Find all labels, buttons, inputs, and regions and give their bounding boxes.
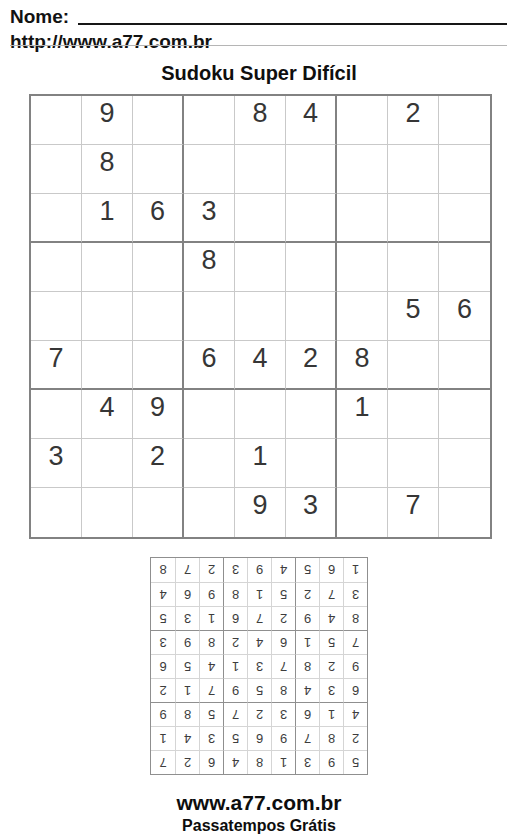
puzzle-title: Sudoku Super Difícil <box>0 62 518 85</box>
puzzle-cell-r6c2 <box>82 341 133 390</box>
solution-cell-r4c7: 7 <box>199 678 223 702</box>
puzzle-cell-r9c6: 3 <box>286 488 337 537</box>
puzzle-cell-r5c1 <box>31 292 82 341</box>
puzzle-cell-r1c2: 9 <box>82 96 133 145</box>
puzzle-cell-r9c4 <box>184 488 235 537</box>
solution-cell-r3c4: 3 <box>271 702 295 726</box>
puzzle-cell-r2c7 <box>337 145 388 194</box>
footer-tagline-text: Passatempos Grátis <box>0 817 518 835</box>
solution-cell-r1c6: 4 <box>223 750 247 774</box>
puzzle-cell-r3c8 <box>388 194 439 243</box>
puzzle-cell-r1c5: 8 <box>235 96 286 145</box>
solution-cell-r7c8: 3 <box>175 606 199 630</box>
solution-cell-r2c7: 3 <box>199 726 223 750</box>
puzzle-cell-r3c9 <box>439 194 490 243</box>
solution-cell-r1c1: 5 <box>343 750 367 774</box>
puzzle-cell-r4c5 <box>235 243 286 292</box>
solution-cell-r3c8: 8 <box>175 702 199 726</box>
puzzle-cell-r5c3 <box>133 292 184 341</box>
puzzle-cell-r4c3 <box>133 243 184 292</box>
puzzle-cell-r2c3 <box>133 145 184 194</box>
puzzle-cell-r1c6: 4 <box>286 96 337 145</box>
solution-cell-r9c4: 4 <box>271 558 295 582</box>
header-divider <box>10 45 507 46</box>
puzzle-cell-r1c4 <box>184 96 235 145</box>
puzzle-cell-r8c1: 3 <box>31 439 82 488</box>
solution-cell-r4c1: 6 <box>343 678 367 702</box>
solution-cell-r9c1: 1 <box>343 558 367 582</box>
solution-cell-r7c6: 6 <box>223 606 247 630</box>
puzzle-cell-r8c9 <box>439 439 490 488</box>
name-label: Nome: <box>10 7 69 26</box>
solution-cell-r5c3: 8 <box>295 654 319 678</box>
puzzle-cell-r7c7: 1 <box>337 390 388 439</box>
puzzle-cell-r3c1 <box>31 194 82 243</box>
footer-site-text: www.a77.com.br <box>0 791 518 815</box>
solution-cell-r2c5: 6 <box>247 726 271 750</box>
solution-cell-r6c6: 2 <box>223 630 247 654</box>
sudoku-puzzle-board: 9842816385676428491321937 <box>29 94 492 539</box>
puzzle-cell-r4c1 <box>31 243 82 292</box>
puzzle-cell-r2c5 <box>235 145 286 194</box>
solution-cell-r9c9: 8 <box>151 558 175 582</box>
puzzle-cell-r8c4 <box>184 439 235 488</box>
puzzle-cell-r3c2: 1 <box>82 194 133 243</box>
solution-cell-r7c3: 9 <box>295 606 319 630</box>
solution-cell-r8c9: 4 <box>151 582 175 606</box>
puzzle-cell-r5c9: 6 <box>439 292 490 341</box>
solution-cell-r6c5: 4 <box>247 630 271 654</box>
puzzle-cell-r4c7 <box>337 243 388 292</box>
puzzle-cell-r9c1 <box>31 488 82 537</box>
solution-cell-r6c2: 5 <box>319 630 343 654</box>
puzzle-cell-r2c8 <box>388 145 439 194</box>
puzzle-cell-r6c8 <box>388 341 439 390</box>
solution-cell-r1c4: 1 <box>271 750 295 774</box>
puzzle-cell-r9c2 <box>82 488 133 537</box>
puzzle-cell-r8c6 <box>286 439 337 488</box>
puzzle-cell-r2c1 <box>31 145 82 194</box>
solution-cell-r9c8: 7 <box>175 558 199 582</box>
solution-cell-r4c2: 3 <box>319 678 343 702</box>
puzzle-cell-r9c3 <box>133 488 184 537</box>
puzzle-cell-r2c6 <box>286 145 337 194</box>
puzzle-cell-r9c8: 7 <box>388 488 439 537</box>
puzzle-cell-r7c8 <box>388 390 439 439</box>
solution-cell-r4c5: 5 <box>247 678 271 702</box>
puzzle-cell-r7c5 <box>235 390 286 439</box>
solution-cell-r6c7: 8 <box>199 630 223 654</box>
puzzle-cell-r7c6 <box>286 390 337 439</box>
solution-cell-r9c3: 5 <box>295 558 319 582</box>
solution-cell-r8c5: 1 <box>247 582 271 606</box>
solution-cell-r8c4: 5 <box>271 582 295 606</box>
puzzle-cell-r4c9 <box>439 243 490 292</box>
puzzle-cell-r3c5 <box>235 194 286 243</box>
name-row: Nome: <box>10 5 507 26</box>
puzzle-cell-r1c8: 2 <box>388 96 439 145</box>
printable-sudoku-page: Nome: http://www.a77.com.br Sudoku Super… <box>0 0 518 840</box>
solution-cell-r1c3: 3 <box>295 750 319 774</box>
solution-cell-r6c4: 6 <box>271 630 295 654</box>
solution-cell-r2c4: 9 <box>271 726 295 750</box>
solution-cell-r1c5: 8 <box>247 750 271 774</box>
puzzle-cell-r5c7 <box>337 292 388 341</box>
solution-cell-r5c5: 3 <box>247 654 271 678</box>
puzzle-cell-r8c7 <box>337 439 388 488</box>
solution-cell-r6c3: 1 <box>295 630 319 654</box>
puzzle-cell-r7c1 <box>31 390 82 439</box>
puzzle-cell-r2c9 <box>439 145 490 194</box>
solution-cell-r3c5: 2 <box>247 702 271 726</box>
puzzle-cell-r1c9 <box>439 96 490 145</box>
solution-cell-r8c2: 7 <box>319 582 343 606</box>
puzzle-cell-r6c7: 8 <box>337 341 388 390</box>
puzzle-cell-r1c7 <box>337 96 388 145</box>
solution-cell-r1c7: 6 <box>199 750 223 774</box>
site-url-text: http://www.a77.com.br <box>10 32 507 51</box>
solution-cell-r9c6: 3 <box>223 558 247 582</box>
puzzle-cell-r4c8 <box>388 243 439 292</box>
puzzle-cell-r9c7 <box>337 488 388 537</box>
solution-cell-r7c7: 1 <box>199 606 223 630</box>
solution-cell-r2c2: 8 <box>319 726 343 750</box>
puzzle-cell-r5c5 <box>235 292 286 341</box>
solution-cell-r2c9: 1 <box>151 726 175 750</box>
solution-cell-r4c3: 4 <box>295 678 319 702</box>
solution-cell-r5c6: 1 <box>223 654 247 678</box>
puzzle-cell-r7c3: 9 <box>133 390 184 439</box>
solution-cell-r7c9: 5 <box>151 606 175 630</box>
solution-cell-r2c1: 2 <box>343 726 367 750</box>
solution-cell-r5c2: 2 <box>319 654 343 678</box>
puzzle-cell-r6c6: 2 <box>286 341 337 390</box>
puzzle-cell-r8c2 <box>82 439 133 488</box>
puzzle-cell-r4c4: 8 <box>184 243 235 292</box>
puzzle-cell-r1c3 <box>133 96 184 145</box>
puzzle-cell-r5c4 <box>184 292 235 341</box>
puzzle-cell-r7c9 <box>439 390 490 439</box>
solution-cell-r3c9: 9 <box>151 702 175 726</box>
solution-cell-r5c9: 6 <box>151 654 175 678</box>
solution-cell-r2c8: 4 <box>175 726 199 750</box>
solution-cell-r7c4: 2 <box>271 606 295 630</box>
solution-cell-r2c6: 5 <box>223 726 247 750</box>
puzzle-cell-r7c4 <box>184 390 235 439</box>
puzzle-cell-r6c5: 4 <box>235 341 286 390</box>
puzzle-cell-r3c7 <box>337 194 388 243</box>
solution-cell-r3c2: 1 <box>319 702 343 726</box>
puzzle-cell-r8c3: 2 <box>133 439 184 488</box>
solution-cell-r8c1: 3 <box>343 582 367 606</box>
solution-cell-r9c7: 2 <box>199 558 223 582</box>
solution-cell-r3c6: 7 <box>223 702 247 726</box>
solution-cell-r6c8: 9 <box>175 630 199 654</box>
puzzle-cell-r6c3 <box>133 341 184 390</box>
puzzle-cell-r7c2: 4 <box>82 390 133 439</box>
solution-cell-r6c1: 7 <box>343 630 367 654</box>
solution-cell-r7c2: 4 <box>319 606 343 630</box>
solution-cell-r4c8: 1 <box>175 678 199 702</box>
puzzle-cell-r9c9 <box>439 488 490 537</box>
name-underline <box>78 23 507 25</box>
solution-cell-r4c9: 2 <box>151 678 175 702</box>
solution-cell-r9c5: 9 <box>247 558 271 582</box>
solution-cell-r2c3: 7 <box>295 726 319 750</box>
solution-cell-r5c7: 4 <box>199 654 223 678</box>
puzzle-cell-r9c5: 9 <box>235 488 286 537</box>
solution-cell-r5c8: 5 <box>175 654 199 678</box>
solution-cell-r1c2: 9 <box>319 750 343 774</box>
puzzle-cell-r1c1 <box>31 96 82 145</box>
solution-cell-r7c1: 8 <box>343 606 367 630</box>
puzzle-cell-r4c6 <box>286 243 337 292</box>
puzzle-cell-r6c1: 7 <box>31 341 82 390</box>
puzzle-cell-r8c5: 1 <box>235 439 286 488</box>
sudoku-solution-board-rotated: 5931846272879653414163275896348597129287… <box>150 557 368 775</box>
solution-cell-r5c1: 9 <box>343 654 367 678</box>
solution-cell-r9c2: 6 <box>319 558 343 582</box>
puzzle-cell-r6c4: 6 <box>184 341 235 390</box>
puzzle-cell-r5c8: 5 <box>388 292 439 341</box>
puzzle-cell-r2c4 <box>184 145 235 194</box>
puzzle-cell-r5c6 <box>286 292 337 341</box>
solution-cell-r5c4: 7 <box>271 654 295 678</box>
solution-cell-r8c6: 8 <box>223 582 247 606</box>
solution-cell-r8c8: 6 <box>175 582 199 606</box>
solution-cell-r6c9: 3 <box>151 630 175 654</box>
puzzle-cell-r2c2: 8 <box>82 145 133 194</box>
puzzle-cell-r3c3: 6 <box>133 194 184 243</box>
puzzle-cell-r3c4: 3 <box>184 194 235 243</box>
puzzle-cell-r3c6 <box>286 194 337 243</box>
solution-cell-r7c5: 7 <box>247 606 271 630</box>
puzzle-cell-r6c9 <box>439 341 490 390</box>
puzzle-cell-r4c2 <box>82 243 133 292</box>
solution-cell-r3c7: 5 <box>199 702 223 726</box>
solution-cell-r8c3: 2 <box>295 582 319 606</box>
solution-cell-r1c8: 2 <box>175 750 199 774</box>
solution-cell-r8c7: 9 <box>199 582 223 606</box>
solution-cell-r1c9: 7 <box>151 750 175 774</box>
solution-cell-r3c3: 6 <box>295 702 319 726</box>
solution-cell-r3c1: 4 <box>343 702 367 726</box>
solution-cell-r4c4: 8 <box>271 678 295 702</box>
solution-cell-r4c6: 9 <box>223 678 247 702</box>
puzzle-cell-r8c8 <box>388 439 439 488</box>
puzzle-cell-r5c2 <box>82 292 133 341</box>
